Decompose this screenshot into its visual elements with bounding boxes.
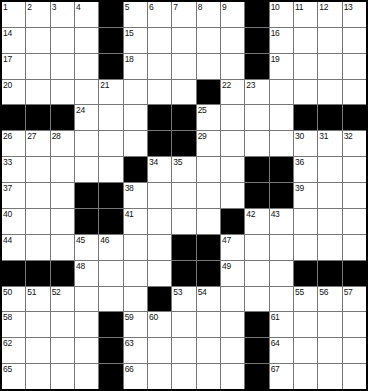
crossword-cell[interactable]: 2 xyxy=(26,2,49,27)
crossword-grid: 1234567891011121314151617181920212223242… xyxy=(0,0,368,391)
crossword-cell[interactable] xyxy=(270,235,293,260)
crossword-cell[interactable]: 13 xyxy=(343,2,366,27)
clue-number: 56 xyxy=(319,287,328,297)
crossword-cell[interactable]: 59 xyxy=(124,312,147,337)
black-cell xyxy=(99,28,122,53)
clue-number: 55 xyxy=(295,287,304,297)
crossword-cell[interactable] xyxy=(148,54,171,79)
crossword-cell[interactable] xyxy=(294,364,317,389)
crossword-cell[interactable] xyxy=(172,338,195,363)
crossword-cell[interactable] xyxy=(99,105,122,130)
crossword-cell[interactable]: 11 xyxy=(294,2,317,27)
crossword-cell[interactable] xyxy=(172,364,195,389)
crossword-cell[interactable] xyxy=(148,235,171,260)
crossword-cell[interactable]: 64 xyxy=(270,338,293,363)
clue-number: 36 xyxy=(295,157,304,167)
clue-number: 63 xyxy=(125,338,134,348)
black-cell xyxy=(318,261,341,286)
crossword-cell[interactable]: 1 xyxy=(2,2,25,27)
crossword-cell[interactable]: 43 xyxy=(270,209,293,234)
clue-number: 6 xyxy=(149,2,153,12)
clue-number: 31 xyxy=(319,131,328,141)
black-cell xyxy=(197,235,220,260)
crossword-cell[interactable] xyxy=(172,80,195,105)
clue-number: 28 xyxy=(52,131,61,141)
clue-number: 19 xyxy=(271,54,280,64)
crossword-cell[interactable] xyxy=(343,28,366,53)
black-cell xyxy=(148,287,171,312)
crossword-cell[interactable] xyxy=(221,183,244,208)
clue-number: 10 xyxy=(271,2,280,12)
clue-number: 3 xyxy=(52,2,56,12)
crossword-cell[interactable] xyxy=(148,183,171,208)
crossword-cell[interactable] xyxy=(245,287,268,312)
crossword-cell[interactable]: 9 xyxy=(221,2,244,27)
black-cell xyxy=(99,209,122,234)
crossword-cell[interactable]: 6 xyxy=(148,2,171,27)
crossword-cell[interactable] xyxy=(124,261,147,286)
clue-number: 66 xyxy=(125,364,134,374)
crossword-cell[interactable] xyxy=(75,338,98,363)
crossword-cell[interactable]: 24 xyxy=(75,105,98,130)
clue-number: 60 xyxy=(149,312,158,322)
clue-number: 58 xyxy=(3,312,12,322)
crossword-cell[interactable] xyxy=(318,28,341,53)
black-cell xyxy=(2,261,25,286)
crossword-cell[interactable]: 35 xyxy=(172,157,195,182)
clue-number: 23 xyxy=(246,80,255,90)
crossword-cell[interactable] xyxy=(124,235,147,260)
crossword-cell[interactable]: 23 xyxy=(245,80,268,105)
black-cell xyxy=(99,2,122,27)
crossword-cell[interactable] xyxy=(51,28,74,53)
crossword-cell[interactable] xyxy=(75,312,98,337)
crossword-cell[interactable]: 54 xyxy=(197,287,220,312)
crossword-cell[interactable] xyxy=(26,235,49,260)
crossword-cell[interactable]: 26 xyxy=(2,131,25,156)
clue-number: 34 xyxy=(149,157,158,167)
black-cell xyxy=(318,105,341,130)
crossword-cell[interactable] xyxy=(318,157,341,182)
clue-number: 21 xyxy=(100,80,109,90)
black-cell xyxy=(343,261,366,286)
black-cell xyxy=(75,183,98,208)
crossword-cell[interactable]: 28 xyxy=(51,131,74,156)
clue-number: 61 xyxy=(271,312,280,322)
clue-number: 1 xyxy=(3,2,7,12)
clue-number: 53 xyxy=(173,287,182,297)
crossword-cell[interactable] xyxy=(197,54,220,79)
clue-number: 39 xyxy=(295,183,304,193)
crossword-cell[interactable] xyxy=(221,131,244,156)
crossword-cell[interactable] xyxy=(51,364,74,389)
crossword-cell[interactable] xyxy=(172,28,195,53)
crossword-cell[interactable] xyxy=(245,131,268,156)
crossword-cell[interactable]: 31 xyxy=(318,131,341,156)
clue-number: 17 xyxy=(3,54,12,64)
clue-number: 47 xyxy=(222,235,231,245)
crossword-cell[interactable] xyxy=(26,80,49,105)
crossword-cell[interactable] xyxy=(172,209,195,234)
crossword-cell[interactable]: 48 xyxy=(75,261,98,286)
crossword-cell[interactable] xyxy=(221,54,244,79)
crossword-cell[interactable]: 52 xyxy=(51,287,74,312)
crossword-cell[interactable] xyxy=(294,338,317,363)
crossword-cell[interactable] xyxy=(51,209,74,234)
clue-number: 42 xyxy=(246,209,255,219)
black-cell xyxy=(294,261,317,286)
clue-number: 37 xyxy=(3,183,12,193)
crossword-cell[interactable] xyxy=(245,235,268,260)
black-cell xyxy=(99,338,122,363)
clue-number: 52 xyxy=(52,287,61,297)
crossword-cell[interactable]: 55 xyxy=(294,287,317,312)
crossword-cell[interactable]: 14 xyxy=(2,28,25,53)
crossword-cell[interactable] xyxy=(294,80,317,105)
black-cell xyxy=(2,105,25,130)
black-cell xyxy=(148,105,171,130)
crossword-cell[interactable] xyxy=(318,54,341,79)
crossword-cell[interactable]: 5 xyxy=(124,2,147,27)
black-cell xyxy=(245,2,268,27)
crossword-cell[interactable]: 25 xyxy=(197,105,220,130)
crossword-cell[interactable] xyxy=(197,28,220,53)
crossword-cell[interactable] xyxy=(197,312,220,337)
crossword-cell[interactable]: 45 xyxy=(75,235,98,260)
crossword-cell[interactable] xyxy=(148,364,171,389)
clue-number: 51 xyxy=(27,287,36,297)
black-cell xyxy=(99,54,122,79)
clue-number: 54 xyxy=(198,287,207,297)
crossword-cell[interactable]: 19 xyxy=(270,54,293,79)
crossword-cell[interactable] xyxy=(343,80,366,105)
crossword-cell[interactable] xyxy=(124,105,147,130)
crossword-cell[interactable]: 42 xyxy=(245,209,268,234)
crossword-cell[interactable] xyxy=(75,54,98,79)
crossword-cell[interactable] xyxy=(51,235,74,260)
crossword-cell[interactable] xyxy=(51,312,74,337)
black-cell xyxy=(245,157,268,182)
black-cell xyxy=(245,54,268,79)
crossword-cell[interactable] xyxy=(99,131,122,156)
black-cell xyxy=(245,28,268,53)
crossword-cell[interactable]: 20 xyxy=(2,80,25,105)
crossword-cell[interactable] xyxy=(172,54,195,79)
crossword-cell[interactable] xyxy=(75,131,98,156)
crossword-cell[interactable] xyxy=(343,157,366,182)
crossword-cell[interactable] xyxy=(318,338,341,363)
clue-number: 29 xyxy=(198,131,207,141)
black-cell xyxy=(197,261,220,286)
crossword-cell[interactable]: 62 xyxy=(2,338,25,363)
crossword-cell[interactable]: 3 xyxy=(51,2,74,27)
clue-number: 25 xyxy=(198,105,207,115)
crossword-cell[interactable] xyxy=(318,312,341,337)
clue-number: 24 xyxy=(76,105,85,115)
black-cell xyxy=(197,80,220,105)
crossword-cell[interactable]: 16 xyxy=(270,28,293,53)
clue-number: 13 xyxy=(344,2,353,12)
crossword-cell[interactable]: 22 xyxy=(221,80,244,105)
crossword-cell[interactable] xyxy=(294,312,317,337)
crossword-cell[interactable] xyxy=(51,157,74,182)
crossword-cell[interactable]: 30 xyxy=(294,131,317,156)
crossword-cell[interactable] xyxy=(124,287,147,312)
crossword-cell[interactable] xyxy=(245,105,268,130)
clue-number: 4 xyxy=(76,2,80,12)
crossword-cell[interactable]: 27 xyxy=(26,131,49,156)
crossword-cell[interactable] xyxy=(343,183,366,208)
crossword-cell[interactable]: 17 xyxy=(2,54,25,79)
black-cell xyxy=(99,312,122,337)
black-cell xyxy=(26,261,49,286)
crossword-cell[interactable] xyxy=(26,209,49,234)
crossword-cell[interactable]: 57 xyxy=(343,287,366,312)
crossword-cell[interactable]: 12 xyxy=(318,2,341,27)
black-cell xyxy=(172,131,195,156)
crossword-cell[interactable] xyxy=(26,183,49,208)
crossword-cell[interactable] xyxy=(124,131,147,156)
clue-number: 27 xyxy=(27,131,36,141)
clue-number: 8 xyxy=(198,2,202,12)
crossword-cell[interactable] xyxy=(221,157,244,182)
crossword-cell[interactable] xyxy=(148,28,171,53)
crossword-cell[interactable] xyxy=(148,338,171,363)
black-cell xyxy=(245,183,268,208)
crossword-cell[interactable] xyxy=(197,209,220,234)
crossword-cell[interactable]: 15 xyxy=(124,28,147,53)
clue-number: 38 xyxy=(125,183,134,193)
crossword-cell[interactable]: 58 xyxy=(2,312,25,337)
crossword-cell[interactable]: 60 xyxy=(148,312,171,337)
black-cell xyxy=(221,209,244,234)
crossword-cell[interactable] xyxy=(51,183,74,208)
crossword-cell[interactable]: 29 xyxy=(197,131,220,156)
crossword-cell[interactable]: 44 xyxy=(2,235,25,260)
crossword-cell[interactable] xyxy=(221,28,244,53)
clue-number: 49 xyxy=(222,261,231,271)
clue-number: 33 xyxy=(3,157,12,167)
crossword-cell[interactable]: 18 xyxy=(124,54,147,79)
crossword-cell[interactable] xyxy=(51,54,74,79)
black-cell xyxy=(343,105,366,130)
crossword-cell[interactable] xyxy=(294,209,317,234)
black-cell xyxy=(26,105,49,130)
clue-number: 16 xyxy=(271,28,280,38)
crossword-cell[interactable] xyxy=(318,209,341,234)
crossword-cell[interactable] xyxy=(294,235,317,260)
crossword-cell[interactable] xyxy=(75,157,98,182)
crossword-cell[interactable] xyxy=(197,183,220,208)
clue-number: 20 xyxy=(3,80,12,90)
crossword-cell[interactable] xyxy=(124,80,147,105)
crossword-cell[interactable] xyxy=(343,209,366,234)
crossword-cell[interactable] xyxy=(197,157,220,182)
crossword-cell[interactable]: 61 xyxy=(270,312,293,337)
crossword-cell[interactable]: 51 xyxy=(26,287,49,312)
clue-number: 44 xyxy=(3,235,12,245)
clue-number: 40 xyxy=(3,209,12,219)
clue-number: 2 xyxy=(27,2,31,12)
crossword-cell[interactable]: 41 xyxy=(124,209,147,234)
crossword-cell[interactable] xyxy=(51,338,74,363)
crossword-cell[interactable] xyxy=(148,80,171,105)
black-cell xyxy=(245,312,268,337)
clue-number: 48 xyxy=(76,261,85,271)
crossword-cell[interactable]: 47 xyxy=(221,235,244,260)
crossword-cell[interactable]: 66 xyxy=(124,364,147,389)
crossword-cell[interactable] xyxy=(26,312,49,337)
clue-number: 15 xyxy=(125,28,134,38)
crossword-cell[interactable] xyxy=(148,261,171,286)
black-cell xyxy=(172,261,195,286)
crossword-cell[interactable]: 63 xyxy=(124,338,147,363)
crossword-cell[interactable] xyxy=(26,54,49,79)
clue-number: 26 xyxy=(3,131,12,141)
crossword-cell[interactable] xyxy=(318,364,341,389)
crossword-cell[interactable]: 49 xyxy=(221,261,244,286)
crossword-cell[interactable] xyxy=(51,80,74,105)
black-cell xyxy=(124,157,147,182)
crossword-cell[interactable] xyxy=(318,80,341,105)
clue-number: 41 xyxy=(125,209,134,219)
clue-number: 65 xyxy=(3,364,12,374)
crossword-cell[interactable] xyxy=(318,183,341,208)
clue-number: 18 xyxy=(125,54,134,64)
black-cell xyxy=(99,183,122,208)
crossword-cell[interactable] xyxy=(294,28,317,53)
clue-number: 67 xyxy=(271,364,280,374)
clue-number: 45 xyxy=(76,235,85,245)
crossword-cell[interactable] xyxy=(343,235,366,260)
crossword-cell[interactable] xyxy=(270,261,293,286)
clue-number: 57 xyxy=(344,287,353,297)
crossword-cell[interactable]: 40 xyxy=(2,209,25,234)
crossword-cell[interactable]: 65 xyxy=(2,364,25,389)
clue-number: 35 xyxy=(173,157,182,167)
crossword-cell[interactable] xyxy=(270,287,293,312)
crossword-cell[interactable] xyxy=(343,54,366,79)
black-cell xyxy=(245,364,268,389)
black-cell xyxy=(148,131,171,156)
crossword-cell[interactable] xyxy=(75,80,98,105)
clue-number: 59 xyxy=(125,312,134,322)
crossword-cell[interactable]: 37 xyxy=(2,183,25,208)
crossword-cell[interactable]: 32 xyxy=(343,131,366,156)
crossword-cell[interactable]: 36 xyxy=(294,157,317,182)
crossword-cell[interactable] xyxy=(270,80,293,105)
black-cell xyxy=(51,261,74,286)
clue-number: 43 xyxy=(271,209,280,219)
black-cell xyxy=(51,105,74,130)
crossword-cell[interactable] xyxy=(75,364,98,389)
crossword-cell[interactable]: 53 xyxy=(172,287,195,312)
clue-number: 14 xyxy=(3,28,12,38)
crossword-cell[interactable] xyxy=(221,105,244,130)
crossword-cell[interactable] xyxy=(270,105,293,130)
crossword-cell[interactable] xyxy=(99,287,122,312)
crossword-cell[interactable]: 38 xyxy=(124,183,147,208)
clue-number: 11 xyxy=(295,2,303,12)
crossword-cell[interactable] xyxy=(221,338,244,363)
crossword-cell[interactable] xyxy=(270,131,293,156)
crossword-cell[interactable] xyxy=(221,312,244,337)
crossword-cell[interactable] xyxy=(172,183,195,208)
crossword-cell[interactable] xyxy=(221,287,244,312)
crossword-cell[interactable]: 39 xyxy=(294,183,317,208)
black-cell xyxy=(270,183,293,208)
crossword-cell[interactable] xyxy=(99,157,122,182)
clue-number: 22 xyxy=(222,80,231,90)
black-cell xyxy=(172,235,195,260)
crossword-cell[interactable]: 8 xyxy=(197,2,220,27)
crossword-cell[interactable] xyxy=(75,287,98,312)
crossword-cell[interactable] xyxy=(318,235,341,260)
clue-number: 30 xyxy=(295,131,304,141)
black-cell xyxy=(172,105,195,130)
clue-number: 12 xyxy=(319,2,328,12)
clue-number: 50 xyxy=(3,287,12,297)
black-cell xyxy=(99,364,122,389)
crossword-cell[interactable]: 46 xyxy=(99,235,122,260)
crossword-cell[interactable] xyxy=(343,364,366,389)
black-cell xyxy=(270,157,293,182)
crossword-cell[interactable] xyxy=(197,338,220,363)
clue-number: 62 xyxy=(3,338,12,348)
clue-number: 9 xyxy=(222,2,226,12)
crossword-cell[interactable] xyxy=(26,157,49,182)
black-cell xyxy=(294,105,317,130)
crossword-cell[interactable]: 21 xyxy=(99,80,122,105)
crossword-cell[interactable]: 56 xyxy=(318,287,341,312)
crossword-cell[interactable]: 67 xyxy=(270,364,293,389)
clue-number: 32 xyxy=(344,131,353,141)
black-cell xyxy=(75,209,98,234)
clue-number: 7 xyxy=(173,2,177,12)
clue-number: 64 xyxy=(271,338,280,348)
crossword-cell[interactable] xyxy=(26,338,49,363)
crossword-cell[interactable] xyxy=(172,312,195,337)
crossword-cell[interactable] xyxy=(26,28,49,53)
crossword-cell[interactable] xyxy=(197,364,220,389)
crossword-cell[interactable] xyxy=(26,364,49,389)
crossword-cell[interactable]: 33 xyxy=(2,157,25,182)
clue-number: 46 xyxy=(100,235,109,245)
crossword-cell[interactable] xyxy=(221,364,244,389)
crossword-cell[interactable] xyxy=(99,261,122,286)
crossword-cell[interactable] xyxy=(75,28,98,53)
crossword-cell[interactable]: 34 xyxy=(148,157,171,182)
crossword-cell[interactable]: 10 xyxy=(270,2,293,27)
crossword-cell[interactable] xyxy=(343,338,366,363)
crossword-cell[interactable] xyxy=(245,261,268,286)
crossword-cell[interactable] xyxy=(294,54,317,79)
crossword-cell[interactable]: 50 xyxy=(2,287,25,312)
crossword-cell[interactable] xyxy=(343,312,366,337)
crossword-cell[interactable]: 4 xyxy=(75,2,98,27)
clue-number: 5 xyxy=(125,2,129,12)
crossword-cell[interactable]: 7 xyxy=(172,2,195,27)
crossword-cell[interactable] xyxy=(148,209,171,234)
black-cell xyxy=(245,338,268,363)
